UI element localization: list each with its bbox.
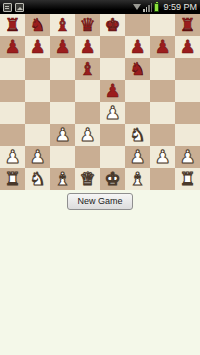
square-f8[interactable] <box>125 14 150 36</box>
square-d6[interactable]: ♝ <box>75 58 100 80</box>
white-pawn-piece: ♟ <box>54 124 70 146</box>
square-e4[interactable]: ♟ <box>100 102 125 124</box>
square-b5[interactable] <box>25 80 50 102</box>
black-king-piece: ♚ <box>104 14 120 36</box>
black-bishop-piece: ♝ <box>79 58 95 80</box>
square-d8[interactable]: ♛ <box>75 14 100 36</box>
signal-strength-icon <box>143 3 152 12</box>
white-pawn-piece: ♟ <box>129 146 145 168</box>
square-f2[interactable]: ♟ <box>125 146 150 168</box>
white-pawn-piece: ♟ <box>79 124 95 146</box>
white-knight-piece: ♞ <box>29 168 45 190</box>
black-pawn-piece: ♟ <box>154 36 170 58</box>
white-pawn-piece: ♟ <box>104 102 120 124</box>
square-b3[interactable] <box>25 124 50 146</box>
square-d3[interactable]: ♟ <box>75 124 100 146</box>
square-f1[interactable]: ♝ <box>125 168 150 190</box>
black-pawn-piece: ♟ <box>4 36 20 58</box>
square-h2[interactable]: ♟ <box>175 146 200 168</box>
black-rook-piece: ♜ <box>179 14 195 36</box>
gallery-icon <box>15 3 24 12</box>
button-row: New Game <box>0 193 200 210</box>
black-pawn-piece: ♟ <box>179 36 195 58</box>
wifi-icon <box>133 4 141 10</box>
square-g6[interactable] <box>150 58 175 80</box>
square-h3[interactable] <box>175 124 200 146</box>
square-e1[interactable]: ♚ <box>100 168 125 190</box>
square-d1[interactable]: ♛ <box>75 168 100 190</box>
square-c2[interactable] <box>50 146 75 168</box>
square-g7[interactable]: ♟ <box>150 36 175 58</box>
square-e2[interactable] <box>100 146 125 168</box>
square-a6[interactable] <box>0 58 25 80</box>
square-d4[interactable] <box>75 102 100 124</box>
square-a7[interactable]: ♟ <box>0 36 25 58</box>
square-b7[interactable]: ♟ <box>25 36 50 58</box>
square-e5[interactable]: ♟ <box>100 80 125 102</box>
square-h1[interactable]: ♜ <box>175 168 200 190</box>
square-f7[interactable]: ♟ <box>125 36 150 58</box>
square-c6[interactable] <box>50 58 75 80</box>
square-e7[interactable] <box>100 36 125 58</box>
square-b6[interactable] <box>25 58 50 80</box>
square-d7[interactable]: ♟ <box>75 36 100 58</box>
white-pawn-piece: ♟ <box>29 146 45 168</box>
battery-icon <box>154 3 159 12</box>
square-a2[interactable]: ♟ <box>0 146 25 168</box>
square-c5[interactable] <box>50 80 75 102</box>
square-g4[interactable] <box>150 102 175 124</box>
square-d5[interactable] <box>75 80 100 102</box>
white-bishop-piece: ♝ <box>129 168 145 190</box>
white-pawn-piece: ♟ <box>154 146 170 168</box>
square-f6[interactable]: ♞ <box>125 58 150 80</box>
square-h6[interactable] <box>175 58 200 80</box>
square-f5[interactable] <box>125 80 150 102</box>
black-rook-piece: ♜ <box>4 14 20 36</box>
note-icon <box>3 3 12 12</box>
square-a8[interactable]: ♜ <box>0 14 25 36</box>
black-knight-piece: ♞ <box>29 14 45 36</box>
white-pawn-piece: ♟ <box>4 146 20 168</box>
black-pawn-piece: ♟ <box>79 36 95 58</box>
status-indicators: 9:59 PM <box>133 0 197 14</box>
black-queen-piece: ♛ <box>79 14 95 36</box>
status-bar: 9:59 PM <box>0 0 200 14</box>
square-c4[interactable] <box>50 102 75 124</box>
square-a5[interactable] <box>0 80 25 102</box>
square-b1[interactable]: ♞ <box>25 168 50 190</box>
square-d2[interactable] <box>75 146 100 168</box>
square-b8[interactable]: ♞ <box>25 14 50 36</box>
notification-icons <box>3 3 24 12</box>
square-g8[interactable] <box>150 14 175 36</box>
square-b2[interactable]: ♟ <box>25 146 50 168</box>
white-pawn-piece: ♟ <box>179 146 195 168</box>
square-c3[interactable]: ♟ <box>50 124 75 146</box>
square-a3[interactable] <box>0 124 25 146</box>
black-knight-piece: ♞ <box>129 58 145 80</box>
square-g2[interactable]: ♟ <box>150 146 175 168</box>
square-g5[interactable] <box>150 80 175 102</box>
square-c7[interactable]: ♟ <box>50 36 75 58</box>
square-e3[interactable] <box>100 124 125 146</box>
white-rook-piece: ♜ <box>179 168 195 190</box>
black-bishop-piece: ♝ <box>54 14 70 36</box>
square-f3[interactable]: ♞ <box>125 124 150 146</box>
white-king-piece: ♚ <box>104 168 120 190</box>
square-h8[interactable]: ♜ <box>175 14 200 36</box>
black-pawn-piece: ♟ <box>54 36 70 58</box>
square-c8[interactable]: ♝ <box>50 14 75 36</box>
square-g3[interactable] <box>150 124 175 146</box>
square-a4[interactable] <box>0 102 25 124</box>
new-game-button[interactable]: New Game <box>67 193 132 210</box>
square-e8[interactable]: ♚ <box>100 14 125 36</box>
square-b4[interactable] <box>25 102 50 124</box>
square-h7[interactable]: ♟ <box>175 36 200 58</box>
white-knight-piece: ♞ <box>129 124 145 146</box>
black-pawn-piece: ♟ <box>29 36 45 58</box>
white-queen-piece: ♛ <box>79 168 95 190</box>
black-pawn-piece: ♟ <box>104 80 120 102</box>
square-e6[interactable] <box>100 58 125 80</box>
square-a1[interactable]: ♜ <box>0 168 25 190</box>
square-g1[interactable] <box>150 168 175 190</box>
square-f4[interactable] <box>125 102 150 124</box>
black-pawn-piece: ♟ <box>129 36 145 58</box>
chess-board: ♜♞♝♛♚♜♟♟♟♟♟♟♟♝♞♟♟♟♟♞♟♟♟♟♟♜♞♝♛♚♝♜ <box>0 14 200 190</box>
white-bishop-piece: ♝ <box>54 168 70 190</box>
status-time: 9:59 PM <box>163 0 197 14</box>
white-rook-piece: ♜ <box>4 168 20 190</box>
square-h4[interactable] <box>175 102 200 124</box>
square-c1[interactable]: ♝ <box>50 168 75 190</box>
square-h5[interactable] <box>175 80 200 102</box>
